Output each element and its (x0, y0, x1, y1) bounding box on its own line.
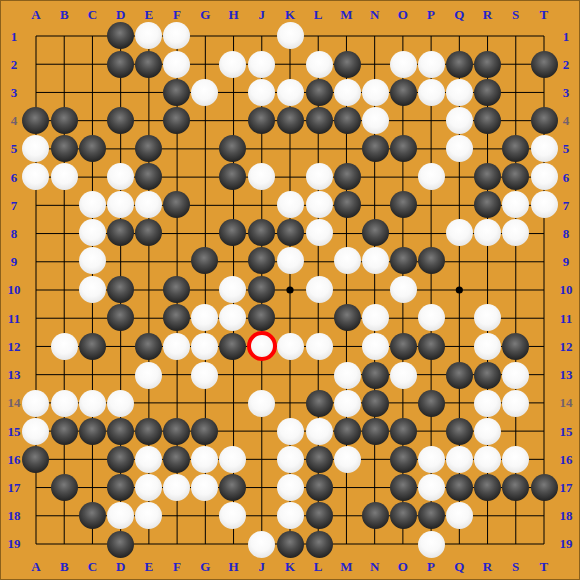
intersection-T1[interactable] (530, 22, 558, 50)
black-stone-F16[interactable] (163, 446, 190, 473)
intersection-G15[interactable] (191, 417, 219, 445)
intersection-B6[interactable] (50, 162, 78, 190)
white-stone-R14[interactable] (474, 390, 501, 417)
black-stone-O5[interactable] (390, 135, 417, 162)
intersection-C1[interactable] (78, 22, 106, 50)
black-stone-K19[interactable] (277, 531, 304, 558)
intersection-A1[interactable] (22, 22, 50, 50)
intersection-A2[interactable] (22, 50, 50, 78)
black-stone-F4[interactable] (163, 107, 190, 134)
intersection-S10[interactable] (502, 275, 530, 303)
intersection-L4[interactable] (305, 106, 333, 134)
intersection-S17[interactable] (502, 474, 530, 502)
intersection-T14[interactable] (530, 389, 558, 417)
intersection-L3[interactable] (305, 78, 333, 106)
white-stone-E18[interactable] (135, 502, 162, 529)
white-stone-P2[interactable] (418, 51, 445, 78)
black-stone-N5[interactable] (362, 135, 389, 162)
intersection-O6[interactable] (389, 162, 417, 190)
intersection-N6[interactable] (361, 162, 389, 190)
white-stone-K17[interactable] (277, 474, 304, 501)
intersection-H19[interactable] (219, 530, 247, 558)
intersection-C18[interactable] (78, 502, 106, 530)
white-stone-C14[interactable] (79, 390, 106, 417)
intersection-T10[interactable] (530, 275, 558, 303)
black-stone-Q17[interactable] (446, 474, 473, 501)
white-stone-A14[interactable] (22, 390, 49, 417)
intersection-B11[interactable] (50, 303, 78, 331)
intersection-C12[interactable] (78, 331, 106, 361)
intersection-J19[interactable] (247, 530, 277, 558)
intersection-G1[interactable] (191, 22, 219, 50)
black-stone-F3[interactable] (163, 79, 190, 106)
intersection-O12[interactable] (389, 331, 417, 361)
black-stone-O16[interactable] (390, 446, 417, 473)
intersection-J8[interactable] (247, 219, 277, 247)
white-stone-N4[interactable] (362, 107, 389, 134)
intersection-T15[interactable] (530, 417, 558, 445)
intersection-K10[interactable] (277, 275, 305, 303)
intersection-L13[interactable] (305, 361, 333, 389)
white-stone-R15[interactable] (474, 418, 501, 445)
white-stone-F12[interactable] (163, 333, 190, 360)
intersection-C9[interactable] (78, 247, 106, 275)
intersection-L12[interactable] (305, 331, 333, 361)
intersection-L2[interactable] (305, 50, 333, 78)
intersection-M13[interactable] (333, 361, 361, 389)
black-stone-E15[interactable] (135, 418, 162, 445)
intersection-E6[interactable] (134, 162, 162, 190)
intersection-Q1[interactable] (446, 22, 474, 50)
intersection-H3[interactable] (219, 78, 247, 106)
intersection-M5[interactable] (333, 134, 361, 162)
black-stone-B17[interactable] (51, 474, 78, 501)
black-stone-D2[interactable] (107, 51, 134, 78)
white-stone-L10[interactable] (306, 276, 333, 303)
black-stone-J10[interactable] (248, 276, 275, 303)
white-stone-E7[interactable] (135, 191, 162, 218)
white-stone-L6[interactable] (306, 163, 333, 190)
intersection-S18[interactable] (502, 502, 530, 530)
intersection-M17[interactable] (333, 474, 361, 502)
white-stone-N11[interactable] (362, 304, 389, 331)
intersection-R19[interactable] (474, 530, 502, 558)
intersection-F15[interactable] (162, 417, 190, 445)
intersection-B5[interactable] (50, 134, 78, 162)
intersection-E11[interactable] (134, 303, 162, 331)
intersection-S9[interactable] (502, 247, 530, 275)
intersection-D11[interactable] (106, 303, 134, 331)
black-stone-K8[interactable] (277, 219, 304, 246)
intersection-A11[interactable] (22, 303, 50, 331)
intersection-N17[interactable] (361, 474, 389, 502)
white-stone-B14[interactable] (51, 390, 78, 417)
intersection-P8[interactable] (417, 219, 445, 247)
white-stone-T5[interactable] (531, 135, 558, 162)
black-stone-N14[interactable] (362, 390, 389, 417)
intersection-P13[interactable] (417, 361, 445, 389)
white-stone-S13[interactable] (502, 362, 529, 389)
intersection-B7[interactable] (50, 191, 78, 219)
intersection-C7[interactable] (78, 191, 106, 219)
white-stone-C7[interactable] (79, 191, 106, 218)
intersection-B10[interactable] (50, 275, 78, 303)
black-stone-D19[interactable] (107, 531, 134, 558)
intersection-T2[interactable] (530, 50, 558, 78)
intersection-F17[interactable] (162, 474, 190, 502)
intersection-T16[interactable] (530, 446, 558, 474)
intersection-J13[interactable] (247, 361, 277, 389)
black-stone-F7[interactable] (163, 191, 190, 218)
intersection-P17[interactable] (417, 474, 445, 502)
intersection-T5[interactable] (530, 134, 558, 162)
black-stone-R7[interactable] (474, 191, 501, 218)
white-stone-G17[interactable] (191, 474, 218, 501)
black-stone-L3[interactable] (306, 79, 333, 106)
intersection-M8[interactable] (333, 219, 361, 247)
intersection-L10[interactable] (305, 275, 333, 303)
intersection-D14[interactable] (106, 389, 134, 417)
intersection-G17[interactable] (191, 474, 219, 502)
intersection-E4[interactable] (134, 106, 162, 134)
intersection-J10[interactable] (247, 275, 277, 303)
intersection-N12[interactable] (361, 331, 389, 361)
intersection-M7[interactable] (333, 191, 361, 219)
intersection-O16[interactable] (389, 446, 417, 474)
white-stone-S16[interactable] (502, 446, 529, 473)
intersection-M2[interactable] (333, 50, 361, 78)
intersection-S12[interactable] (502, 331, 530, 361)
intersection-L9[interactable] (305, 247, 333, 275)
intersection-J6[interactable] (247, 162, 277, 190)
intersection-D15[interactable] (106, 417, 134, 445)
intersection-Q15[interactable] (446, 417, 474, 445)
white-stone-L12[interactable] (306, 333, 333, 360)
white-stone-K12[interactable] (277, 333, 304, 360)
black-stone-D1[interactable] (107, 22, 134, 49)
white-stone-G3[interactable] (191, 79, 218, 106)
intersection-B15[interactable] (50, 417, 78, 445)
intersection-R15[interactable] (474, 417, 502, 445)
intersection-R16[interactable] (474, 446, 502, 474)
intersection-E9[interactable] (134, 247, 162, 275)
black-stone-S12[interactable] (502, 333, 529, 360)
intersection-C10[interactable] (78, 275, 106, 303)
white-stone-K9[interactable] (277, 247, 304, 274)
white-stone-F17[interactable] (163, 474, 190, 501)
intersection-J16[interactable] (247, 446, 277, 474)
white-stone-O2[interactable] (390, 51, 417, 78)
intersection-C2[interactable] (78, 50, 106, 78)
black-stone-Q2[interactable] (446, 51, 473, 78)
black-stone-C12[interactable] (79, 333, 106, 360)
intersection-T18[interactable] (530, 502, 558, 530)
intersection-B3[interactable] (50, 78, 78, 106)
intersection-T19[interactable] (530, 530, 558, 558)
white-stone-Q5[interactable] (446, 135, 473, 162)
white-stone-G12[interactable] (191, 333, 218, 360)
intersection-O2[interactable] (389, 50, 417, 78)
intersection-Q7[interactable] (446, 191, 474, 219)
intersection-J3[interactable] (247, 78, 277, 106)
intersection-T9[interactable] (530, 247, 558, 275)
white-stone-S7[interactable] (502, 191, 529, 218)
intersection-M10[interactable] (333, 275, 361, 303)
white-stone-Q18[interactable] (446, 502, 473, 529)
intersection-A4[interactable] (22, 106, 50, 134)
intersection-O3[interactable] (389, 78, 417, 106)
intersection-D17[interactable] (106, 474, 134, 502)
intersection-C19[interactable] (78, 530, 106, 558)
intersection-H16[interactable] (219, 446, 247, 474)
intersection-T11[interactable] (530, 303, 558, 331)
white-stone-C8[interactable] (79, 219, 106, 246)
intersection-L1[interactable] (305, 22, 333, 50)
intersection-M3[interactable] (333, 78, 361, 106)
black-stone-B15[interactable] (51, 418, 78, 445)
intersection-B18[interactable] (50, 502, 78, 530)
intersection-P3[interactable] (417, 78, 445, 106)
intersection-T12[interactable] (530, 331, 558, 361)
white-stone-L15[interactable] (306, 418, 333, 445)
intersection-P4[interactable] (417, 106, 445, 134)
black-stone-E12[interactable] (135, 333, 162, 360)
black-stone-J8[interactable] (248, 219, 275, 246)
intersection-F5[interactable] (162, 134, 190, 162)
black-stone-P14[interactable] (418, 390, 445, 417)
intersection-K7[interactable] (277, 191, 305, 219)
intersection-D16[interactable] (106, 446, 134, 474)
intersection-A13[interactable] (22, 361, 50, 389)
intersection-L19[interactable] (305, 530, 333, 558)
white-stone-K1[interactable] (277, 22, 304, 49)
intersection-B8[interactable] (50, 219, 78, 247)
black-stone-F10[interactable] (163, 276, 190, 303)
intersection-K18[interactable] (277, 502, 305, 530)
white-stone-L7[interactable] (306, 191, 333, 218)
black-stone-M2[interactable] (334, 51, 361, 78)
intersection-N5[interactable] (361, 134, 389, 162)
intersection-E12[interactable] (134, 331, 162, 361)
intersection-M9[interactable] (333, 247, 361, 275)
intersection-E18[interactable] (134, 502, 162, 530)
black-stone-B5[interactable] (51, 135, 78, 162)
intersection-J5[interactable] (247, 134, 277, 162)
black-stone-O3[interactable] (390, 79, 417, 106)
intersection-O18[interactable] (389, 502, 417, 530)
intersection-B1[interactable] (50, 22, 78, 50)
intersection-S5[interactable] (502, 134, 530, 162)
intersection-F7[interactable] (162, 191, 190, 219)
intersection-A10[interactable] (22, 275, 50, 303)
intersection-B2[interactable] (50, 50, 78, 78)
intersection-S11[interactable] (502, 303, 530, 331)
black-stone-E6[interactable] (135, 163, 162, 190)
intersection-G5[interactable] (191, 134, 219, 162)
intersection-A18[interactable] (22, 502, 50, 530)
intersection-C6[interactable] (78, 162, 106, 190)
intersection-R17[interactable] (474, 474, 502, 502)
intersection-O17[interactable] (389, 474, 417, 502)
black-stone-P12[interactable] (418, 333, 445, 360)
intersection-G19[interactable] (191, 530, 219, 558)
white-stone-N3[interactable] (362, 79, 389, 106)
white-stone-P17[interactable] (418, 474, 445, 501)
intersection-K17[interactable] (277, 474, 305, 502)
intersection-E10[interactable] (134, 275, 162, 303)
white-stone-J19[interactable] (248, 531, 275, 558)
intersection-B19[interactable] (50, 530, 78, 558)
intersection-Q18[interactable] (446, 502, 474, 530)
intersection-M19[interactable] (333, 530, 361, 558)
intersection-P6[interactable] (417, 162, 445, 190)
intersection-N4[interactable] (361, 106, 389, 134)
black-stone-O15[interactable] (390, 418, 417, 445)
black-stone-S5[interactable] (502, 135, 529, 162)
intersection-Q12[interactable] (446, 331, 474, 361)
intersection-H15[interactable] (219, 417, 247, 445)
white-stone-E16[interactable] (135, 446, 162, 473)
white-stone-K18[interactable] (277, 502, 304, 529)
intersection-L7[interactable] (305, 191, 333, 219)
intersection-B9[interactable] (50, 247, 78, 275)
intersection-A15[interactable] (22, 417, 50, 445)
intersection-M16[interactable] (333, 446, 361, 474)
white-stone-K7[interactable] (277, 191, 304, 218)
intersection-T4[interactable] (530, 106, 558, 134)
intersection-G12[interactable] (191, 331, 219, 361)
intersection-L5[interactable] (305, 134, 333, 162)
intersection-Q8[interactable] (446, 219, 474, 247)
intersection-K14[interactable] (277, 389, 305, 417)
intersection-H10[interactable] (219, 275, 247, 303)
intersection-K2[interactable] (277, 50, 305, 78)
white-stone-M13[interactable] (334, 362, 361, 389)
intersection-F3[interactable] (162, 78, 190, 106)
black-stone-H8[interactable] (219, 219, 246, 246)
black-stone-M4[interactable] (334, 107, 361, 134)
black-stone-O9[interactable] (390, 247, 417, 274)
intersection-G8[interactable] (191, 219, 219, 247)
intersection-S1[interactable] (502, 22, 530, 50)
white-stone-T6[interactable] (531, 163, 558, 190)
intersection-K12[interactable] (277, 331, 305, 361)
intersection-E5[interactable] (134, 134, 162, 162)
white-stone-E1[interactable] (135, 22, 162, 49)
white-stone-A15[interactable] (22, 418, 49, 445)
intersection-A19[interactable] (22, 530, 50, 558)
intersection-Q2[interactable] (446, 50, 474, 78)
intersection-N2[interactable] (361, 50, 389, 78)
intersection-P11[interactable] (417, 303, 445, 331)
intersection-O15[interactable] (389, 417, 417, 445)
intersection-S6[interactable] (502, 162, 530, 190)
intersection-H12[interactable] (219, 331, 247, 361)
intersection-H2[interactable] (219, 50, 247, 78)
intersection-F13[interactable] (162, 361, 190, 389)
intersection-G2[interactable] (191, 50, 219, 78)
intersection-P9[interactable] (417, 247, 445, 275)
intersection-K5[interactable] (277, 134, 305, 162)
intersection-C4[interactable] (78, 106, 106, 134)
intersection-T3[interactable] (530, 78, 558, 106)
intersection-D3[interactable] (106, 78, 134, 106)
intersection-C5[interactable] (78, 134, 106, 162)
white-stone-Q8[interactable] (446, 219, 473, 246)
intersection-K4[interactable] (277, 106, 305, 134)
intersection-N14[interactable] (361, 389, 389, 417)
white-stone-E13[interactable] (135, 362, 162, 389)
intersection-G13[interactable] (191, 361, 219, 389)
intersection-J12[interactable] (247, 331, 277, 361)
intersection-B16[interactable] (50, 446, 78, 474)
last-move-marked-stone-J12[interactable] (247, 331, 277, 361)
black-stone-K4[interactable] (277, 107, 304, 134)
intersection-C17[interactable] (78, 474, 106, 502)
intersection-O7[interactable] (389, 191, 417, 219)
intersection-C14[interactable] (78, 389, 106, 417)
intersection-T17[interactable] (530, 474, 558, 502)
intersection-J1[interactable] (247, 22, 277, 50)
intersection-E16[interactable] (134, 446, 162, 474)
white-stone-Q4[interactable] (446, 107, 473, 134)
intersection-A17[interactable] (22, 474, 50, 502)
intersection-N1[interactable] (361, 22, 389, 50)
intersection-R7[interactable] (474, 191, 502, 219)
intersection-R10[interactable] (474, 275, 502, 303)
black-stone-O17[interactable] (390, 474, 417, 501)
intersection-S15[interactable] (502, 417, 530, 445)
intersection-Q3[interactable] (446, 78, 474, 106)
intersection-E15[interactable] (134, 417, 162, 445)
white-stone-C10[interactable] (79, 276, 106, 303)
white-stone-L2[interactable] (306, 51, 333, 78)
intersection-P18[interactable] (417, 502, 445, 530)
white-stone-N12[interactable] (362, 333, 389, 360)
black-stone-T4[interactable] (531, 107, 558, 134)
black-stone-D17[interactable] (107, 474, 134, 501)
intersection-T13[interactable] (530, 361, 558, 389)
intersection-O14[interactable] (389, 389, 417, 417)
intersection-Q10[interactable] (446, 275, 474, 303)
intersection-P15[interactable] (417, 417, 445, 445)
intersection-Q19[interactable] (446, 530, 474, 558)
intersection-E2[interactable] (134, 50, 162, 78)
intersection-E14[interactable] (134, 389, 162, 417)
intersection-M4[interactable] (333, 106, 361, 134)
white-stone-R8[interactable] (474, 219, 501, 246)
intersection-J11[interactable] (247, 303, 277, 331)
intersection-Q16[interactable] (446, 446, 474, 474)
intersection-N8[interactable] (361, 219, 389, 247)
intersection-J14[interactable] (247, 389, 277, 417)
black-stone-F15[interactable] (163, 418, 190, 445)
black-stone-H17[interactable] (219, 474, 246, 501)
intersection-N11[interactable] (361, 303, 389, 331)
white-stone-P19[interactable] (418, 531, 445, 558)
black-stone-E5[interactable] (135, 135, 162, 162)
white-stone-A5[interactable] (22, 135, 49, 162)
intersection-S13[interactable] (502, 361, 530, 389)
white-stone-R11[interactable] (474, 304, 501, 331)
intersection-P7[interactable] (417, 191, 445, 219)
white-stone-K16[interactable] (277, 446, 304, 473)
intersection-L14[interactable] (305, 389, 333, 417)
intersection-E8[interactable] (134, 219, 162, 247)
intersection-K8[interactable] (277, 219, 305, 247)
black-stone-L18[interactable] (306, 502, 333, 529)
intersection-S4[interactable] (502, 106, 530, 134)
